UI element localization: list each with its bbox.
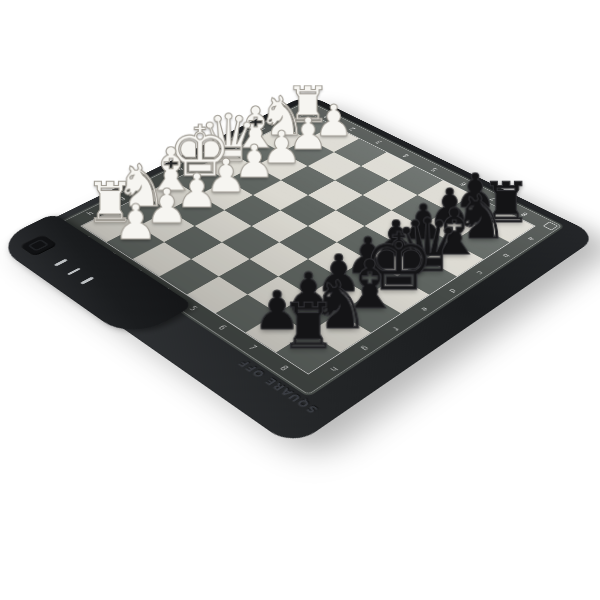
board-photo-scene: SQUARE OFF hgfedcba hgfedcba 12345678 12… [0, 0, 600, 600]
piece-black-rook-h8[interactable]: ♜ [257, 301, 359, 353]
indicator-tick [80, 277, 94, 285]
chessboard-3d: SQUARE OFF hgfedcba hgfedcba 12345678 12… [51, 100, 566, 398]
squareoff-logo-icon [19, 234, 58, 257]
board-mat: hgfedcba hgfedcba 12345678 12345678 ♜♞♝♚… [51, 100, 566, 398]
indicator-tick [67, 268, 81, 276]
indicator-ticks [54, 259, 94, 285]
piece-white-pawn-h2[interactable]: ♟ [90, 202, 182, 242]
indicator-tick [54, 259, 68, 267]
